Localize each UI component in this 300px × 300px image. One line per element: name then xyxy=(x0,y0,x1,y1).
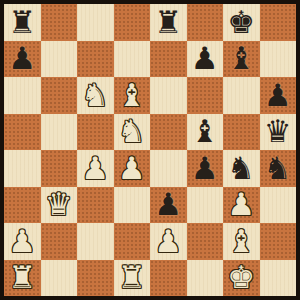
square-f1[interactable] xyxy=(187,260,224,297)
square-d3[interactable] xyxy=(114,187,151,224)
square-e1[interactable] xyxy=(150,260,187,297)
square-h6[interactable]: ♟ xyxy=(260,77,297,114)
piece-black-pawn[interactable]: ♟ xyxy=(8,43,36,74)
piece-white-rook[interactable]: ♜ xyxy=(8,262,36,293)
piece-white-queen[interactable]: ♛ xyxy=(45,189,73,220)
square-a5[interactable] xyxy=(4,114,41,151)
piece-white-bishop[interactable]: ♝ xyxy=(227,226,255,257)
board-frame: ♜♜♚♟♟♝♞♝♟♞♝♛♟♟♟♞♞♛♟♟♟♟♝♜♜♚ xyxy=(0,0,300,300)
square-e3[interactable]: ♟ xyxy=(150,187,187,224)
piece-black-pawn[interactable]: ♟ xyxy=(191,43,219,74)
square-a6[interactable] xyxy=(4,77,41,114)
piece-black-pawn[interactable]: ♟ xyxy=(264,80,292,111)
square-g3[interactable]: ♟ xyxy=(223,187,260,224)
square-f4[interactable]: ♟ xyxy=(187,150,224,187)
piece-black-rook[interactable]: ♜ xyxy=(154,7,182,38)
piece-white-king[interactable]: ♚ xyxy=(227,262,255,293)
piece-white-knight[interactable]: ♞ xyxy=(81,80,109,111)
piece-black-pawn[interactable]: ♟ xyxy=(154,189,182,220)
chess-board: ♜♜♚♟♟♝♞♝♟♞♝♛♟♟♟♞♞♛♟♟♟♟♝♜♜♚ xyxy=(4,4,296,296)
piece-black-bishop[interactable]: ♝ xyxy=(191,116,219,147)
square-h5[interactable]: ♛ xyxy=(260,114,297,151)
square-b6[interactable] xyxy=(41,77,78,114)
square-c1[interactable] xyxy=(77,260,114,297)
square-g5[interactable] xyxy=(223,114,260,151)
square-d7[interactable] xyxy=(114,41,151,78)
square-d5[interactable]: ♞ xyxy=(114,114,151,151)
square-b7[interactable] xyxy=(41,41,78,78)
piece-white-knight[interactable]: ♞ xyxy=(118,116,146,147)
piece-white-pawn[interactable]: ♟ xyxy=(81,153,109,184)
square-b8[interactable] xyxy=(41,4,78,41)
square-f8[interactable] xyxy=(187,4,224,41)
square-b5[interactable] xyxy=(41,114,78,151)
square-d8[interactable] xyxy=(114,4,151,41)
square-d6[interactable]: ♝ xyxy=(114,77,151,114)
piece-white-pawn[interactable]: ♟ xyxy=(227,189,255,220)
square-b2[interactable] xyxy=(41,223,78,260)
square-e6[interactable] xyxy=(150,77,187,114)
square-e8[interactable]: ♜ xyxy=(150,4,187,41)
piece-black-rook[interactable]: ♜ xyxy=(8,7,36,38)
square-d1[interactable]: ♜ xyxy=(114,260,151,297)
square-e5[interactable] xyxy=(150,114,187,151)
piece-white-bishop[interactable]: ♝ xyxy=(118,80,146,111)
piece-black-king[interactable]: ♚ xyxy=(227,7,255,38)
square-g2[interactable]: ♝ xyxy=(223,223,260,260)
piece-black-knight[interactable]: ♞ xyxy=(264,153,292,184)
piece-black-knight[interactable]: ♞ xyxy=(227,153,255,184)
piece-white-rook[interactable]: ♜ xyxy=(118,262,146,293)
piece-white-pawn[interactable]: ♟ xyxy=(118,153,146,184)
piece-black-queen[interactable]: ♛ xyxy=(264,116,292,147)
square-g6[interactable] xyxy=(223,77,260,114)
square-f3[interactable] xyxy=(187,187,224,224)
square-b1[interactable] xyxy=(41,260,78,297)
square-e4[interactable] xyxy=(150,150,187,187)
square-a1[interactable]: ♜ xyxy=(4,260,41,297)
square-a3[interactable] xyxy=(4,187,41,224)
square-b3[interactable]: ♛ xyxy=(41,187,78,224)
square-h7[interactable] xyxy=(260,41,297,78)
square-c5[interactable] xyxy=(77,114,114,151)
square-f7[interactable]: ♟ xyxy=(187,41,224,78)
square-g4[interactable]: ♞ xyxy=(223,150,260,187)
square-f5[interactable]: ♝ xyxy=(187,114,224,151)
square-d2[interactable] xyxy=(114,223,151,260)
square-h3[interactable] xyxy=(260,187,297,224)
piece-white-pawn[interactable]: ♟ xyxy=(154,226,182,257)
square-c3[interactable] xyxy=(77,187,114,224)
square-g8[interactable]: ♚ xyxy=(223,4,260,41)
square-e7[interactable] xyxy=(150,41,187,78)
square-a8[interactable]: ♜ xyxy=(4,4,41,41)
square-e2[interactable]: ♟ xyxy=(150,223,187,260)
square-g1[interactable]: ♚ xyxy=(223,260,260,297)
square-a7[interactable]: ♟ xyxy=(4,41,41,78)
square-a4[interactable] xyxy=(4,150,41,187)
square-c4[interactable]: ♟ xyxy=(77,150,114,187)
square-f2[interactable] xyxy=(187,223,224,260)
square-h2[interactable] xyxy=(260,223,297,260)
piece-black-pawn[interactable]: ♟ xyxy=(191,153,219,184)
square-b4[interactable] xyxy=(41,150,78,187)
square-h4[interactable]: ♞ xyxy=(260,150,297,187)
square-c2[interactable] xyxy=(77,223,114,260)
square-d4[interactable]: ♟ xyxy=(114,150,151,187)
square-h8[interactable] xyxy=(260,4,297,41)
square-c8[interactable] xyxy=(77,4,114,41)
square-g7[interactable]: ♝ xyxy=(223,41,260,78)
square-c6[interactable]: ♞ xyxy=(77,77,114,114)
piece-black-bishop[interactable]: ♝ xyxy=(227,43,255,74)
square-a2[interactable]: ♟ xyxy=(4,223,41,260)
square-c7[interactable] xyxy=(77,41,114,78)
piece-white-pawn[interactable]: ♟ xyxy=(8,226,36,257)
square-f6[interactable] xyxy=(187,77,224,114)
square-h1[interactable] xyxy=(260,260,297,297)
